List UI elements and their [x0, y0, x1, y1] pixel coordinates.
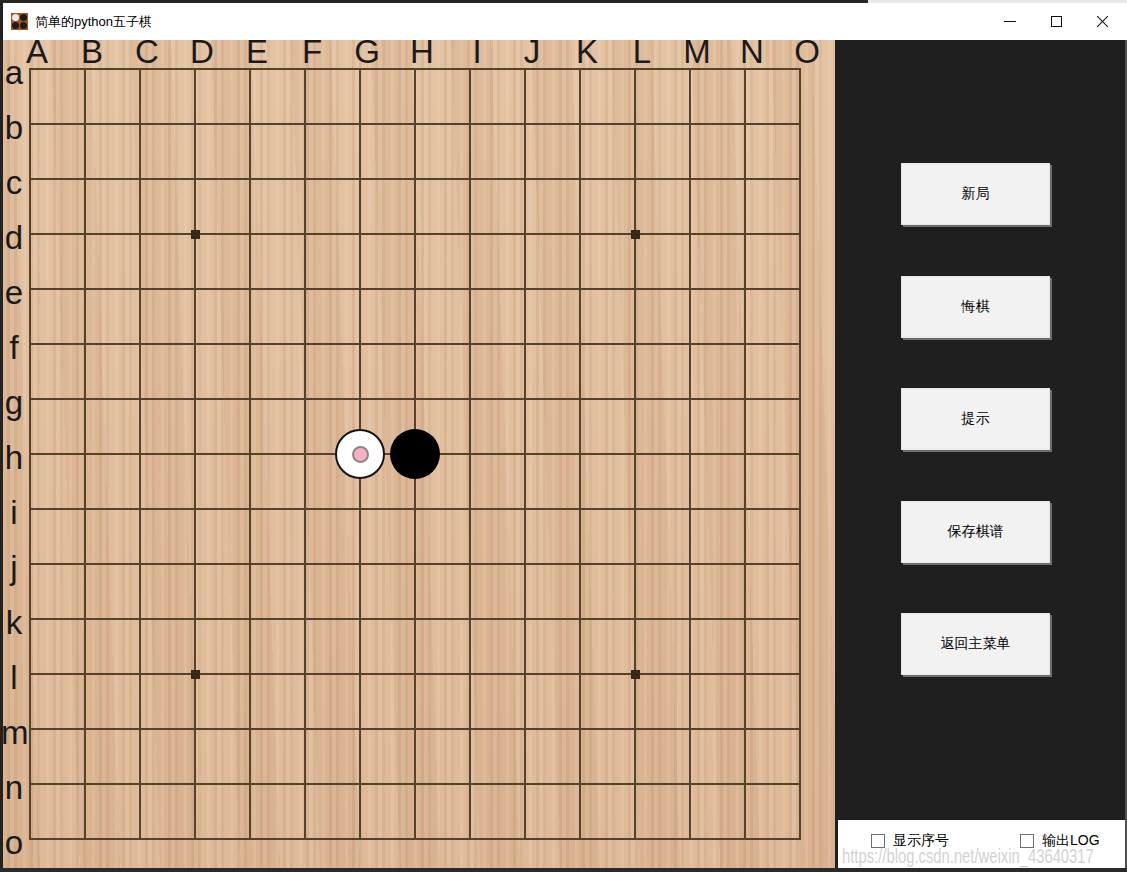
undo-button[interactable]: 悔棋 [901, 276, 1050, 338]
app-window: 简单的python五子棋 ABCDEFGHIJKLMNOabcdefghijkl… [0, 0, 1127, 872]
board-cell [84, 728, 139, 783]
output-log-checkbox-group: 输出LOG [1020, 820, 1100, 862]
board-cell [469, 123, 524, 178]
board-cell [744, 673, 799, 728]
board-cell [29, 398, 84, 453]
board-cell [689, 123, 744, 178]
board-cell [359, 288, 414, 343]
board-cell [634, 618, 689, 673]
board-cell [249, 508, 304, 563]
column-label-H: H [397, 37, 447, 67]
board-cell [744, 728, 799, 783]
board-cell [579, 728, 634, 783]
row-label-b: b [1, 108, 27, 148]
board-cell [744, 343, 799, 398]
board-cell [84, 178, 139, 233]
board-cell [524, 508, 579, 563]
board-cell [689, 453, 744, 508]
board-cell [469, 508, 524, 563]
board-cell [84, 673, 139, 728]
board-cell [579, 398, 634, 453]
board-cell [524, 673, 579, 728]
star-point-Ld [631, 230, 640, 239]
board-cell [524, 563, 579, 618]
board-cell [414, 728, 469, 783]
board-cell [304, 343, 359, 398]
row-label-c: c [1, 163, 27, 203]
column-label-B: B [67, 37, 117, 67]
board-cell [524, 783, 579, 838]
board-cell [29, 673, 84, 728]
board-cell [249, 783, 304, 838]
board-cell [744, 398, 799, 453]
show-move-numbers-checkbox-label: 显示序号 [893, 832, 949, 850]
board-cell [249, 453, 304, 508]
board-cell [579, 508, 634, 563]
board-cell [689, 233, 744, 288]
board-cell [579, 343, 634, 398]
minimize-icon [1004, 21, 1016, 22]
title-bar: 简单的python五子棋 [0, 3, 1127, 40]
board-cell [634, 563, 689, 618]
board-cell [29, 288, 84, 343]
board-cell [359, 563, 414, 618]
board-cell [634, 783, 689, 838]
board-cell [469, 728, 524, 783]
maximize-icon [1051, 16, 1062, 27]
board-cell [744, 233, 799, 288]
board-cell [579, 783, 634, 838]
board-cell [304, 563, 359, 618]
board-cell [194, 178, 249, 233]
board-cell [304, 123, 359, 178]
board-cell [194, 233, 249, 288]
row-label-e: e [1, 273, 27, 313]
board-cell [29, 343, 84, 398]
board-cell [249, 728, 304, 783]
board-cell [579, 673, 634, 728]
board-cell [359, 728, 414, 783]
row-label-h: h [1, 438, 27, 478]
board-cell [139, 728, 194, 783]
board-cell [29, 68, 84, 123]
board-cell [249, 563, 304, 618]
board-cell [139, 123, 194, 178]
board-cell [634, 453, 689, 508]
board-cell [194, 508, 249, 563]
board-cell [689, 618, 744, 673]
board-cell [249, 343, 304, 398]
board-cell [84, 508, 139, 563]
board-cell [359, 68, 414, 123]
board-cell [249, 233, 304, 288]
board-cell [84, 68, 139, 123]
board-cell [634, 288, 689, 343]
board-cell [194, 563, 249, 618]
column-label-O: O [782, 37, 832, 67]
board-cell [84, 288, 139, 343]
star-point-Ll [631, 670, 640, 679]
maximize-button[interactable] [1033, 3, 1079, 40]
board-cell [29, 508, 84, 563]
board-cell [689, 398, 744, 453]
board-cell [139, 178, 194, 233]
board-cell [194, 398, 249, 453]
board-cell [139, 398, 194, 453]
new-game-button[interactable]: 新局 [901, 163, 1050, 225]
row-label-k: k [1, 603, 27, 643]
board-cell [689, 288, 744, 343]
board-cell [579, 233, 634, 288]
board-cell [84, 123, 139, 178]
board-cell [689, 783, 744, 838]
board-cell [139, 453, 194, 508]
board-cell [634, 68, 689, 123]
board-cell [194, 453, 249, 508]
board-cell [689, 563, 744, 618]
board-cell [29, 728, 84, 783]
board-cell [29, 563, 84, 618]
board-cell [579, 68, 634, 123]
board-cell [634, 398, 689, 453]
board-cell [359, 233, 414, 288]
star-point-Dd [191, 230, 200, 239]
board-cell [304, 233, 359, 288]
board-cell [194, 673, 249, 728]
minimize-button[interactable] [987, 3, 1033, 40]
board-cell [414, 178, 469, 233]
board-cell [524, 288, 579, 343]
sidebar: 新局悔棋提示保存棋谱返回主菜单 [835, 40, 1127, 872]
board-cell [359, 123, 414, 178]
board-cell [249, 288, 304, 343]
board-cell [469, 343, 524, 398]
board-cell [524, 233, 579, 288]
column-label-E: E [232, 37, 282, 67]
board-cell [249, 618, 304, 673]
row-label-m: m [1, 713, 27, 753]
column-label-L: L [617, 37, 667, 67]
board-cell [689, 68, 744, 123]
row-label-n: n [1, 768, 27, 808]
board-cell [84, 233, 139, 288]
window-controls [987, 3, 1125, 40]
board-cell [469, 288, 524, 343]
board-cell [744, 508, 799, 563]
board-cell [524, 453, 579, 508]
row-label-f: f [1, 328, 27, 368]
board-cell [304, 288, 359, 343]
board-cell [744, 123, 799, 178]
board-cell [524, 178, 579, 233]
board-cell [524, 123, 579, 178]
board-cell [304, 178, 359, 233]
board-cell [359, 618, 414, 673]
row-label-i: i [1, 493, 27, 533]
board-cell [634, 178, 689, 233]
board-cell [634, 673, 689, 728]
board-cell [689, 178, 744, 233]
board-cell [414, 618, 469, 673]
board-cell [359, 673, 414, 728]
board-cell [579, 178, 634, 233]
board-cell [249, 398, 304, 453]
board-cell [579, 123, 634, 178]
board-cell [469, 673, 524, 728]
board-cell [744, 453, 799, 508]
board-cell [469, 618, 524, 673]
row-label-j: j [1, 548, 27, 588]
board-cell [469, 563, 524, 618]
board-cell [744, 618, 799, 673]
board-cell [139, 673, 194, 728]
board-cell [414, 783, 469, 838]
board-cell [414, 233, 469, 288]
window-left-border [0, 3, 3, 872]
board-cell [304, 508, 359, 563]
board-cell [304, 673, 359, 728]
board-cell [414, 123, 469, 178]
board-cell [414, 563, 469, 618]
star-point-Dl [191, 670, 200, 679]
board-cell [139, 68, 194, 123]
board-cell [744, 288, 799, 343]
board-cell [689, 673, 744, 728]
board-cell [29, 178, 84, 233]
board-cell [84, 343, 139, 398]
board-cell [744, 178, 799, 233]
column-label-I: I [452, 37, 502, 67]
board-cell [139, 233, 194, 288]
board-cell [139, 343, 194, 398]
board-cell [414, 68, 469, 123]
board-cell [524, 398, 579, 453]
board-cell [469, 233, 524, 288]
footer-panel: https://blog.csdn.net/weixin_43640317 显示… [838, 820, 1125, 868]
column-label-J: J [507, 37, 557, 67]
board-cell [359, 343, 414, 398]
board-cell [29, 123, 84, 178]
column-label-N: N [727, 37, 777, 67]
board-cell [304, 783, 359, 838]
column-label-M: M [672, 37, 722, 67]
column-label-C: C [122, 37, 172, 67]
window-title: 简单的python五子棋 [35, 13, 152, 31]
column-label-D: D [177, 37, 227, 67]
board-cell [414, 508, 469, 563]
black-stone-Hh [390, 429, 440, 479]
board-cell [414, 343, 469, 398]
show-move-numbers-checkbox[interactable] [871, 834, 885, 848]
column-label-G: G [342, 37, 392, 67]
board-cell [194, 618, 249, 673]
board-cell [84, 563, 139, 618]
board-cell [304, 618, 359, 673]
save-record-button[interactable]: 保存棋谱 [901, 501, 1050, 563]
board-cell [414, 673, 469, 728]
board-cell [634, 728, 689, 783]
board-cell [579, 453, 634, 508]
board-cell [359, 783, 414, 838]
app-icon-gomoku [11, 13, 28, 30]
output-log-checkbox[interactable] [1020, 834, 1034, 848]
board-cell [194, 728, 249, 783]
row-label-d: d [1, 218, 27, 258]
board-cell [469, 453, 524, 508]
board-cell [139, 508, 194, 563]
board-cell [29, 453, 84, 508]
board-cell [249, 673, 304, 728]
board-cell [194, 343, 249, 398]
board-cell [634, 343, 689, 398]
board-cell [469, 178, 524, 233]
close-icon [1096, 15, 1109, 28]
board-cell [579, 618, 634, 673]
board-cell [414, 288, 469, 343]
board-cell [194, 288, 249, 343]
board-cell [469, 68, 524, 123]
column-label-F: F [287, 37, 337, 67]
board-cell [469, 783, 524, 838]
white-stone-Gh [335, 429, 385, 479]
board-cell [359, 178, 414, 233]
board-cell [744, 563, 799, 618]
back-to-main-menu-button[interactable]: 返回主菜单 [901, 613, 1050, 675]
board-cell [744, 783, 799, 838]
board-cell [139, 563, 194, 618]
board-cell [524, 618, 579, 673]
board-cell [249, 178, 304, 233]
board-cell [689, 728, 744, 783]
output-log-checkbox-label: 输出LOG [1042, 832, 1100, 850]
board-cell [304, 728, 359, 783]
board-cell [744, 68, 799, 123]
board-cell [634, 123, 689, 178]
board-cell [524, 728, 579, 783]
last-move-marker [352, 446, 369, 463]
board-cell [84, 618, 139, 673]
board-cell [29, 783, 84, 838]
board-cell [524, 68, 579, 123]
board-cell [84, 398, 139, 453]
close-button[interactable] [1079, 3, 1125, 40]
column-label-K: K [562, 37, 612, 67]
row-label-l: l [1, 658, 27, 698]
row-label-g: g [1, 383, 27, 423]
board-cell [689, 343, 744, 398]
board-cell [139, 288, 194, 343]
board-cell [139, 618, 194, 673]
gomoku-board[interactable]: ABCDEFGHIJKLMNOabcdefghijklmno [0, 40, 835, 872]
board-cell [194, 123, 249, 178]
board-cell [139, 783, 194, 838]
show-move-numbers-checkbox-group: 显示序号 [871, 820, 949, 862]
board-cell [84, 783, 139, 838]
board-cell [634, 233, 689, 288]
row-label-o: o [1, 823, 27, 863]
board-cell [29, 618, 84, 673]
board-cell [579, 288, 634, 343]
board-cell [689, 508, 744, 563]
board-cell [194, 783, 249, 838]
board-cell [469, 398, 524, 453]
board-cell [359, 508, 414, 563]
board-cell [304, 68, 359, 123]
board-cell [194, 68, 249, 123]
board-cell [249, 123, 304, 178]
window-bottom-border [0, 868, 1127, 872]
board-cell [29, 233, 84, 288]
board-cell [634, 508, 689, 563]
board-cell [249, 68, 304, 123]
board-cell [524, 343, 579, 398]
board-cell [579, 563, 634, 618]
board-cell [84, 453, 139, 508]
hint-button[interactable]: 提示 [901, 388, 1050, 450]
row-label-a: a [1, 53, 27, 93]
